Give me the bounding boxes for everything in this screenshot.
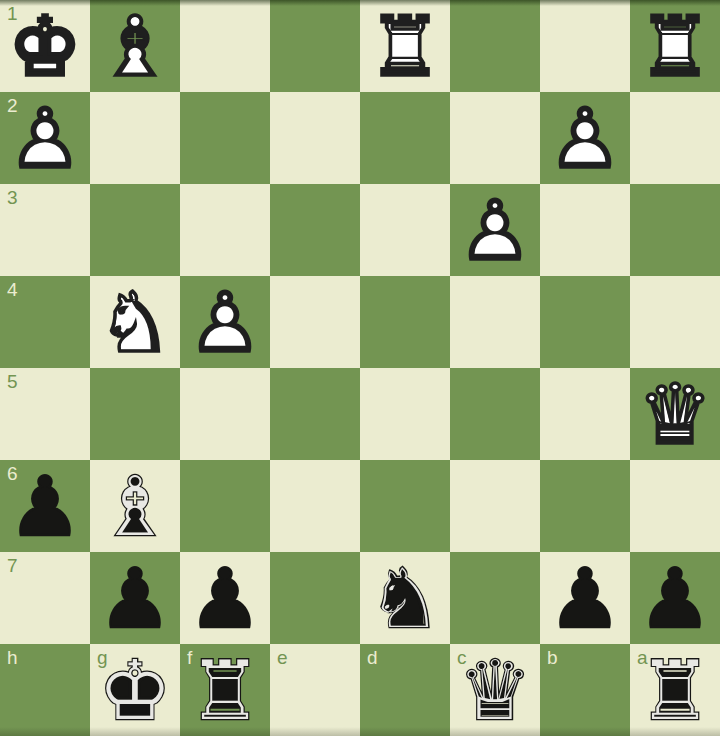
- square-d8[interactable]: d: [360, 644, 450, 736]
- black-pawn-h6[interactable]: ♟: [0, 460, 90, 552]
- square-d2[interactable]: [360, 92, 450, 184]
- chess-board: 1♚♔♝♗♜♖♜♖2♟♙♟♙3♟♙4♞♘♟♙5♛♕6♟♝♗7♟♟♞♘♟♟hg♚♔…: [0, 0, 720, 736]
- white-knight-g4[interactable]: ♞♘: [90, 276, 180, 368]
- square-e3[interactable]: [270, 184, 360, 276]
- white-pawn-f4[interactable]: ♟♙: [180, 276, 270, 368]
- square-h3[interactable]: 3: [0, 184, 90, 276]
- square-a6[interactable]: [630, 460, 720, 552]
- black-queen-c8[interactable]: ♛♕: [450, 644, 540, 736]
- square-h5[interactable]: 5: [0, 368, 90, 460]
- square-c6[interactable]: [450, 460, 540, 552]
- square-f5[interactable]: [180, 368, 270, 460]
- square-f2[interactable]: [180, 92, 270, 184]
- square-g5[interactable]: [90, 368, 180, 460]
- black-pawn-b7[interactable]: ♟: [540, 552, 630, 644]
- square-g8[interactable]: g♚♔: [90, 644, 180, 736]
- square-h1[interactable]: 1♚♔: [0, 0, 90, 92]
- white-rook-a1[interactable]: ♜♖: [630, 0, 720, 92]
- square-g7[interactable]: ♟: [90, 552, 180, 644]
- square-e2[interactable]: [270, 92, 360, 184]
- white-king-h1[interactable]: ♚♔: [0, 0, 90, 92]
- square-b7[interactable]: ♟: [540, 552, 630, 644]
- square-d6[interactable]: [360, 460, 450, 552]
- black-pawn-g7[interactable]: ♟: [90, 552, 180, 644]
- rank-label-4: 4: [7, 280, 18, 299]
- square-c5[interactable]: [450, 368, 540, 460]
- white-pawn-c3[interactable]: ♟♙: [450, 184, 540, 276]
- square-g2[interactable]: [90, 92, 180, 184]
- white-bishop-g1[interactable]: ♝♗: [90, 0, 180, 92]
- square-a1[interactable]: ♜♖: [630, 0, 720, 92]
- square-f7[interactable]: ♟: [180, 552, 270, 644]
- square-b1[interactable]: [540, 0, 630, 92]
- square-f3[interactable]: [180, 184, 270, 276]
- square-a5[interactable]: ♛♕: [630, 368, 720, 460]
- black-king-g8[interactable]: ♚♔: [90, 644, 180, 736]
- square-a4[interactable]: [630, 276, 720, 368]
- square-a2[interactable]: [630, 92, 720, 184]
- square-e8[interactable]: e: [270, 644, 360, 736]
- square-b5[interactable]: [540, 368, 630, 460]
- square-g1[interactable]: ♝♗: [90, 0, 180, 92]
- square-c1[interactable]: [450, 0, 540, 92]
- square-c7[interactable]: [450, 552, 540, 644]
- square-h8[interactable]: h: [0, 644, 90, 736]
- black-bishop-g6[interactable]: ♝♗: [90, 460, 180, 552]
- square-h6[interactable]: 6♟: [0, 460, 90, 552]
- square-h4[interactable]: 4: [0, 276, 90, 368]
- black-pawn-a7[interactable]: ♟: [630, 552, 720, 644]
- square-e6[interactable]: [270, 460, 360, 552]
- black-knight-d7[interactable]: ♞♘: [360, 552, 450, 644]
- square-c8[interactable]: c♛♕: [450, 644, 540, 736]
- square-g6[interactable]: ♝♗: [90, 460, 180, 552]
- white-queen-a5[interactable]: ♛♕: [630, 368, 720, 460]
- square-e7[interactable]: [270, 552, 360, 644]
- square-d3[interactable]: [360, 184, 450, 276]
- square-f4[interactable]: ♟♙: [180, 276, 270, 368]
- square-h2[interactable]: 2♟♙: [0, 92, 90, 184]
- black-pawn-f7[interactable]: ♟: [180, 552, 270, 644]
- white-pawn-h2[interactable]: ♟♙: [0, 92, 90, 184]
- rank-label-3: 3: [7, 188, 18, 207]
- square-c3[interactable]: ♟♙: [450, 184, 540, 276]
- square-g3[interactable]: [90, 184, 180, 276]
- square-f6[interactable]: [180, 460, 270, 552]
- square-d5[interactable]: [360, 368, 450, 460]
- square-e5[interactable]: [270, 368, 360, 460]
- square-d7[interactable]: ♞♘: [360, 552, 450, 644]
- rank-label-7: 7: [7, 556, 18, 575]
- file-label-d: d: [367, 648, 378, 667]
- square-h7[interactable]: 7: [0, 552, 90, 644]
- square-a3[interactable]: [630, 184, 720, 276]
- square-b8[interactable]: b: [540, 644, 630, 736]
- file-label-e: e: [277, 648, 288, 667]
- file-label-b: b: [547, 648, 558, 667]
- square-c4[interactable]: [450, 276, 540, 368]
- square-a7[interactable]: ♟: [630, 552, 720, 644]
- square-f8[interactable]: f♜♖: [180, 644, 270, 736]
- square-b2[interactable]: ♟♙: [540, 92, 630, 184]
- square-g4[interactable]: ♞♘: [90, 276, 180, 368]
- white-rook-d1[interactable]: ♜♖: [360, 0, 450, 92]
- square-e1[interactable]: [270, 0, 360, 92]
- white-pawn-b2[interactable]: ♟♙: [540, 92, 630, 184]
- rank-label-5: 5: [7, 372, 18, 391]
- square-d1[interactable]: ♜♖: [360, 0, 450, 92]
- square-e4[interactable]: [270, 276, 360, 368]
- square-b3[interactable]: [540, 184, 630, 276]
- square-d4[interactable]: [360, 276, 450, 368]
- square-c2[interactable]: [450, 92, 540, 184]
- square-b4[interactable]: [540, 276, 630, 368]
- square-a8[interactable]: a♜♖: [630, 644, 720, 736]
- square-b6[interactable]: [540, 460, 630, 552]
- black-rook-a8[interactable]: ♜♖: [630, 644, 720, 736]
- square-f1[interactable]: [180, 0, 270, 92]
- file-label-h: h: [7, 648, 18, 667]
- black-rook-f8[interactable]: ♜♖: [180, 644, 270, 736]
